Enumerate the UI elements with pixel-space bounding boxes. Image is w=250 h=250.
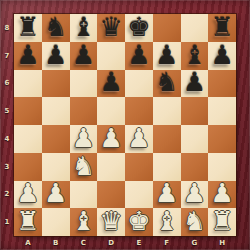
white-pawn-h2[interactable]: ♟	[210, 180, 233, 206]
square-h2[interactable]: ♟	[208, 181, 236, 209]
black-king-e8[interactable]: ♚	[127, 14, 150, 40]
square-a1[interactable]: ♜	[14, 208, 42, 236]
black-rook-a8[interactable]: ♜	[16, 14, 39, 40]
square-a5[interactable]	[14, 97, 42, 125]
square-d7[interactable]	[97, 42, 125, 70]
white-pawn-d4[interactable]: ♟	[99, 125, 122, 151]
square-b8[interactable]: ♞	[42, 14, 70, 42]
square-c7[interactable]: ♟	[70, 42, 98, 70]
white-rook-a1[interactable]: ♜	[16, 208, 39, 234]
square-f2[interactable]: ♟	[153, 181, 181, 209]
square-c1[interactable]: ♝	[70, 208, 98, 236]
chess-board-frame: 87654321 ♜♞♝♛♚♜♟♟♟♟♟♝♟♟♞♟♟♟♟♞♟♟♟♟♟♜♝♛♚♝♞…	[0, 0, 250, 250]
square-a2[interactable]: ♟	[14, 181, 42, 209]
square-e3[interactable]	[125, 153, 153, 181]
white-pawn-b2[interactable]: ♟	[44, 180, 67, 206]
white-queen-d1[interactable]: ♛	[99, 208, 122, 234]
square-f8[interactable]	[153, 14, 181, 42]
square-b3[interactable]	[42, 153, 70, 181]
square-c2[interactable]	[70, 181, 98, 209]
square-e2[interactable]	[125, 181, 153, 209]
square-h7[interactable]: ♟	[208, 42, 236, 70]
square-h1[interactable]: ♜	[208, 208, 236, 236]
square-d3[interactable]	[97, 153, 125, 181]
rank-label-2: 2	[0, 181, 14, 209]
square-b5[interactable]	[42, 97, 70, 125]
square-a8[interactable]: ♜	[14, 14, 42, 42]
square-h6[interactable]	[208, 70, 236, 98]
white-knight-g1[interactable]: ♞	[183, 208, 206, 234]
white-pawn-g2[interactable]: ♟	[183, 180, 206, 206]
square-e4[interactable]: ♟	[125, 125, 153, 153]
square-f4[interactable]	[153, 125, 181, 153]
white-knight-c3[interactable]: ♞	[72, 153, 95, 179]
square-g5[interactable]	[181, 97, 209, 125]
black-knight-b8[interactable]: ♞	[44, 14, 67, 40]
black-queen-d8[interactable]: ♛	[99, 14, 122, 40]
square-e5[interactable]	[125, 97, 153, 125]
square-e7[interactable]: ♟	[125, 42, 153, 70]
square-c5[interactable]	[70, 97, 98, 125]
file-label-c: C	[70, 236, 98, 250]
white-rook-h1[interactable]: ♜	[210, 208, 233, 234]
black-pawn-c7[interactable]: ♟	[72, 42, 95, 68]
file-label-a: A	[14, 236, 42, 250]
rank-label-4: 4	[0, 125, 14, 153]
square-g3[interactable]	[181, 153, 209, 181]
square-d8[interactable]: ♛	[97, 14, 125, 42]
rank-labels: 87654321	[0, 14, 14, 236]
rank-label-3: 3	[0, 153, 14, 181]
square-d6[interactable]: ♟	[97, 70, 125, 98]
chess-board: ♜♞♝♛♚♜♟♟♟♟♟♝♟♟♞♟♟♟♟♞♟♟♟♟♟♜♝♛♚♝♞♜	[14, 14, 236, 236]
file-labels: ABCDEFGH	[14, 236, 236, 250]
rank-label-7: 7	[0, 42, 14, 70]
square-f5[interactable]	[153, 97, 181, 125]
file-label-e: E	[125, 236, 153, 250]
file-label-b: B	[42, 236, 70, 250]
file-label-d: D	[97, 236, 125, 250]
white-pawn-f2[interactable]: ♟	[155, 180, 178, 206]
white-bishop-c1[interactable]: ♝	[72, 208, 95, 234]
white-king-e1[interactable]: ♚	[127, 208, 150, 234]
square-g6[interactable]: ♟	[181, 70, 209, 98]
square-d2[interactable]	[97, 181, 125, 209]
rank-label-1: 1	[0, 208, 14, 236]
rank-label-6: 6	[0, 70, 14, 98]
black-knight-f6[interactable]: ♞	[155, 69, 178, 95]
file-label-h: H	[208, 236, 236, 250]
square-b7[interactable]: ♟	[42, 42, 70, 70]
square-h3[interactable]	[208, 153, 236, 181]
white-bishop-f1[interactable]: ♝	[155, 208, 178, 234]
square-d5[interactable]	[97, 97, 125, 125]
rank-label-8: 8	[0, 14, 14, 42]
square-d4[interactable]: ♟	[97, 125, 125, 153]
black-rook-h8[interactable]: ♜	[210, 14, 233, 40]
file-label-g: G	[181, 236, 209, 250]
square-b1[interactable]	[42, 208, 70, 236]
square-h8[interactable]: ♜	[208, 14, 236, 42]
black-pawn-a7[interactable]: ♟	[16, 42, 39, 68]
square-h5[interactable]	[208, 97, 236, 125]
square-e6[interactable]	[125, 70, 153, 98]
square-c6[interactable]	[70, 70, 98, 98]
square-h4[interactable]	[208, 125, 236, 153]
square-f6[interactable]: ♞	[153, 70, 181, 98]
black-bishop-g7[interactable]: ♝	[183, 42, 206, 68]
black-bishop-c8[interactable]: ♝	[72, 14, 95, 40]
square-c3[interactable]: ♞	[70, 153, 98, 181]
square-g4[interactable]	[181, 125, 209, 153]
square-b2[interactable]: ♟	[42, 181, 70, 209]
square-e1[interactable]: ♚	[125, 208, 153, 236]
square-a7[interactable]: ♟	[14, 42, 42, 70]
black-pawn-g6[interactable]: ♟	[183, 69, 206, 95]
square-g2[interactable]: ♟	[181, 181, 209, 209]
file-label-f: F	[153, 236, 181, 250]
square-c8[interactable]: ♝	[70, 14, 98, 42]
square-c4[interactable]: ♟	[70, 125, 98, 153]
black-pawn-d6[interactable]: ♟	[99, 69, 122, 95]
square-e8[interactable]: ♚	[125, 14, 153, 42]
square-g7[interactable]: ♝	[181, 42, 209, 70]
square-a6[interactable]	[14, 70, 42, 98]
square-b4[interactable]	[42, 125, 70, 153]
white-pawn-e4[interactable]: ♟	[127, 125, 150, 151]
black-pawn-b7[interactable]: ♟	[44, 42, 67, 68]
square-b6[interactable]	[42, 70, 70, 98]
square-f3[interactable]	[153, 153, 181, 181]
black-pawn-e7[interactable]: ♟	[127, 42, 150, 68]
square-d1[interactable]: ♛	[97, 208, 125, 236]
square-g8[interactable]	[181, 14, 209, 42]
square-g1[interactable]: ♞	[181, 208, 209, 236]
square-f1[interactable]: ♝	[153, 208, 181, 236]
rank-label-5: 5	[0, 97, 14, 125]
white-pawn-c4[interactable]: ♟	[72, 125, 95, 151]
black-pawn-h7[interactable]: ♟	[210, 42, 233, 68]
square-f7[interactable]: ♟	[153, 42, 181, 70]
square-a4[interactable]	[14, 125, 42, 153]
square-a3[interactable]	[14, 153, 42, 181]
black-pawn-f7[interactable]: ♟	[155, 42, 178, 68]
white-pawn-a2[interactable]: ♟	[16, 180, 39, 206]
